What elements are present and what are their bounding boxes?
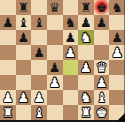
- black-rook[interactable]: ♜: [18, 0, 30, 15]
- square-b2[interactable]: ♟: [16, 90, 32, 105]
- square-d7[interactable]: [47, 15, 63, 30]
- square-g6[interactable]: [94, 30, 110, 45]
- square-b7[interactable]: ♝: [16, 15, 32, 30]
- black-pawn[interactable]: ♟: [80, 15, 92, 30]
- square-a3[interactable]: [0, 75, 16, 90]
- square-g2[interactable]: ♝: [94, 90, 110, 105]
- square-g1[interactable]: ♚: [94, 105, 110, 120]
- board-grid: ♜♛♜♚♞♟♝♝♞♟♟♟♟♞♟♟♟♟♟♟♛♟♟♟♟♟♞♝♜♝♜♚: [0, 0, 125, 120]
- square-a6[interactable]: [0, 30, 16, 45]
- square-f7[interactable]: ♟: [78, 15, 94, 30]
- white-king[interactable]: ♚: [96, 105, 108, 120]
- board-right-edge: [124, 0, 125, 122]
- square-d6[interactable]: [47, 30, 63, 45]
- screenshot-corner-artifact: [116, 113, 125, 122]
- square-e6[interactable]: ♟: [63, 30, 79, 45]
- square-c8[interactable]: [31, 0, 47, 15]
- square-b1[interactable]: [16, 105, 32, 120]
- square-f6[interactable]: ♞: [78, 30, 94, 45]
- square-e1[interactable]: [63, 105, 79, 120]
- square-e7[interactable]: ♞: [63, 15, 79, 30]
- square-c3[interactable]: [31, 75, 47, 90]
- black-bishop[interactable]: ♝: [33, 15, 45, 30]
- black-pawn[interactable]: ♟: [49, 60, 61, 75]
- black-pawn[interactable]: ♟: [96, 15, 108, 30]
- square-d8[interactable]: ♛: [47, 0, 63, 15]
- chess-board: ♜♛♜♚♞♟♝♝♞♟♟♟♟♞♟♟♟♟♟♟♛♟♟♟♟♟♞♝♜♝♜♚: [0, 0, 125, 122]
- white-rook[interactable]: ♜: [80, 105, 92, 120]
- square-g8[interactable]: ♚: [94, 0, 110, 15]
- square-c5[interactable]: ♟: [31, 45, 47, 60]
- white-knight[interactable]: ♞: [80, 30, 92, 45]
- square-h4[interactable]: [109, 60, 125, 75]
- square-f1[interactable]: ♜: [78, 105, 94, 120]
- board-bottom-edge: [0, 120, 125, 122]
- square-b4[interactable]: [16, 60, 32, 75]
- black-king[interactable]: ♚: [96, 0, 108, 15]
- square-g4[interactable]: ♛: [94, 60, 110, 75]
- square-f3[interactable]: [78, 75, 94, 90]
- black-queen[interactable]: ♛: [49, 0, 61, 15]
- square-e5[interactable]: ♟: [63, 45, 79, 60]
- square-c4[interactable]: [31, 60, 47, 75]
- square-d5[interactable]: [47, 45, 63, 60]
- square-h3[interactable]: [109, 75, 125, 90]
- black-bishop[interactable]: ♝: [18, 15, 30, 30]
- square-e2[interactable]: [63, 90, 79, 105]
- white-pawn[interactable]: ♟: [96, 75, 108, 90]
- square-c6[interactable]: [31, 30, 47, 45]
- square-f5[interactable]: [78, 45, 94, 60]
- white-bishop[interactable]: ♝: [33, 105, 45, 120]
- square-b5[interactable]: [16, 45, 32, 60]
- black-knight[interactable]: ♞: [64, 15, 76, 30]
- black-pawn[interactable]: ♟: [18, 30, 30, 45]
- square-h5[interactable]: ♟: [109, 45, 125, 60]
- white-pawn[interactable]: ♟: [49, 75, 61, 90]
- square-a8[interactable]: [0, 0, 16, 15]
- black-pawn[interactable]: ♟: [33, 45, 45, 60]
- square-f4[interactable]: ♟: [78, 60, 94, 75]
- black-pawn[interactable]: ♟: [64, 30, 76, 45]
- white-pawn[interactable]: ♟: [64, 45, 76, 60]
- square-a5[interactable]: [0, 45, 16, 60]
- square-g3[interactable]: ♟: [94, 75, 110, 90]
- square-g7[interactable]: ♟: [94, 15, 110, 30]
- square-a1[interactable]: ♜: [0, 105, 16, 120]
- square-e4[interactable]: [63, 60, 79, 75]
- square-c7[interactable]: ♝: [31, 15, 47, 30]
- square-d1[interactable]: [47, 105, 63, 120]
- square-f8[interactable]: ♜: [78, 0, 94, 15]
- square-d4[interactable]: ♟: [47, 60, 63, 75]
- white-bishop[interactable]: ♝: [96, 90, 108, 105]
- square-a2[interactable]: ♟: [0, 90, 16, 105]
- square-c2[interactable]: ♟: [31, 90, 47, 105]
- white-pawn[interactable]: ♟: [33, 90, 45, 105]
- white-queen[interactable]: ♛: [96, 60, 108, 75]
- white-knight[interactable]: ♞: [80, 90, 92, 105]
- white-pawn[interactable]: ♟: [80, 60, 92, 75]
- square-h8[interactable]: ♞: [109, 0, 125, 15]
- square-b8[interactable]: ♜: [16, 0, 32, 15]
- square-c1[interactable]: ♝: [31, 105, 47, 120]
- square-h2[interactable]: [109, 90, 125, 105]
- white-pawn[interactable]: ♟: [111, 45, 123, 60]
- black-pawn[interactable]: ♟: [2, 15, 14, 30]
- square-b3[interactable]: [16, 75, 32, 90]
- square-a4[interactable]: [0, 60, 16, 75]
- square-d3[interactable]: ♟: [47, 75, 63, 90]
- black-rook[interactable]: ♜: [80, 0, 92, 15]
- white-pawn[interactable]: ♟: [2, 90, 14, 105]
- square-h7[interactable]: [109, 15, 125, 30]
- square-g5[interactable]: [94, 45, 110, 60]
- square-d2[interactable]: [47, 90, 63, 105]
- square-b6[interactable]: ♟: [16, 30, 32, 45]
- square-e8[interactable]: [63, 0, 79, 15]
- square-h6[interactable]: ♟: [109, 30, 125, 45]
- square-e3[interactable]: [63, 75, 79, 90]
- white-pawn[interactable]: ♟: [18, 90, 30, 105]
- square-a7[interactable]: ♟: [0, 15, 16, 30]
- white-rook[interactable]: ♜: [2, 105, 14, 120]
- black-pawn[interactable]: ♟: [111, 30, 123, 45]
- black-knight[interactable]: ♞: [111, 0, 123, 15]
- square-f2[interactable]: ♞: [78, 90, 94, 105]
